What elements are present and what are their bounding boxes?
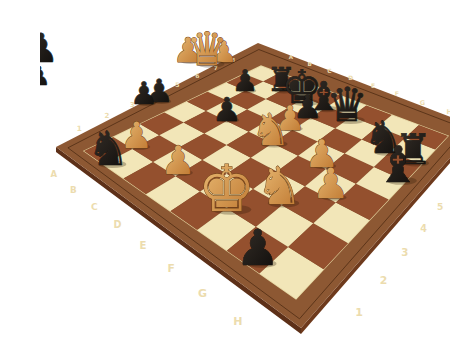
- piece-black-pawn-b5[interactable]: ♟: [212, 90, 242, 129]
- rank-label-right-5: 5: [437, 202, 443, 212]
- black-queen-glyph: ♛: [326, 77, 368, 132]
- board-svg: AABBCCDDEEFFGGHH1122334455667788♟♟♟♛♟♟♜♟…: [40, 16, 450, 345]
- rank-label-left-2: 2: [105, 112, 110, 120]
- black-pawn-glyph: ♟: [212, 90, 242, 129]
- file-label-top-f: F: [395, 90, 399, 97]
- chessboard-photo: AABBCCDDEEFFGGHH1122334455667788♟♟♟♛♟♟♜♟…: [40, 16, 450, 345]
- piece-black-pawn-g1[interactable]: ♟: [235, 219, 280, 277]
- file-label-top-e: E: [371, 82, 375, 89]
- white-king-glyph: ♚: [198, 151, 256, 226]
- file-label-bottom-b: B: [70, 185, 77, 195]
- piece-black-bishop-h6[interactable]: ♝: [375, 136, 420, 194]
- white-knight-glyph: ♞: [256, 155, 303, 216]
- rank-label-right-4: 4: [420, 223, 427, 234]
- rank-label-right-3: 3: [401, 247, 408, 258]
- file-label-bottom-a: A: [51, 169, 58, 179]
- file-label-top-g: G: [420, 99, 425, 107]
- file-label-top-h: H: [446, 108, 450, 116]
- rank-label-left-1: 1: [77, 124, 82, 133]
- file-label-bottom-d: D: [113, 219, 121, 230]
- piece-white-pawn-g4[interactable]: ♟: [312, 159, 349, 208]
- white-pawn-glyph: ♟: [312, 159, 349, 208]
- file-label-bottom-g: G: [198, 287, 207, 300]
- piece-white-knight-f3[interactable]: ♞: [256, 155, 303, 216]
- black-pawn-glyph: ♟: [130, 75, 158, 111]
- piece-black-queen-e8[interactable]: ♛: [326, 77, 368, 132]
- file-label-bottom-f: F: [168, 262, 175, 275]
- piece-white-pawn-c2[interactable]: ♟: [160, 138, 195, 183]
- rank-label-right-1: 1: [355, 306, 363, 319]
- captured-white-queen[interactable]: ♛: [186, 22, 227, 76]
- white-queen-glyph: ♛: [186, 22, 227, 76]
- white-pawn-glyph: ♟: [160, 138, 195, 183]
- file-label-bottom-c: C: [91, 201, 98, 212]
- file-label-bottom-e: E: [140, 240, 147, 251]
- piece-white-king-e2[interactable]: ♚: [198, 151, 256, 226]
- black-pawn-glyph: ♟: [235, 219, 280, 277]
- captured-black-pawn[interactable]: ♟: [130, 75, 158, 111]
- rank-label-right-2: 2: [380, 274, 388, 287]
- piece-black-knight-a1[interactable]: ♞: [87, 121, 129, 176]
- piece-white-knight-d5[interactable]: ♞: [251, 104, 290, 155]
- black-pawn-glyph: ♟: [40, 61, 51, 91]
- white-knight-glyph: ♞: [251, 104, 290, 155]
- black-knight-glyph: ♞: [87, 121, 129, 176]
- black-bishop-glyph: ♝: [375, 136, 420, 194]
- file-label-bottom-h: H: [233, 315, 242, 328]
- file-label-top-a: A: [289, 54, 294, 60]
- captured-black-pawn[interactable]: ♟: [40, 61, 51, 91]
- rank-label-left-5: 5: [175, 81, 179, 88]
